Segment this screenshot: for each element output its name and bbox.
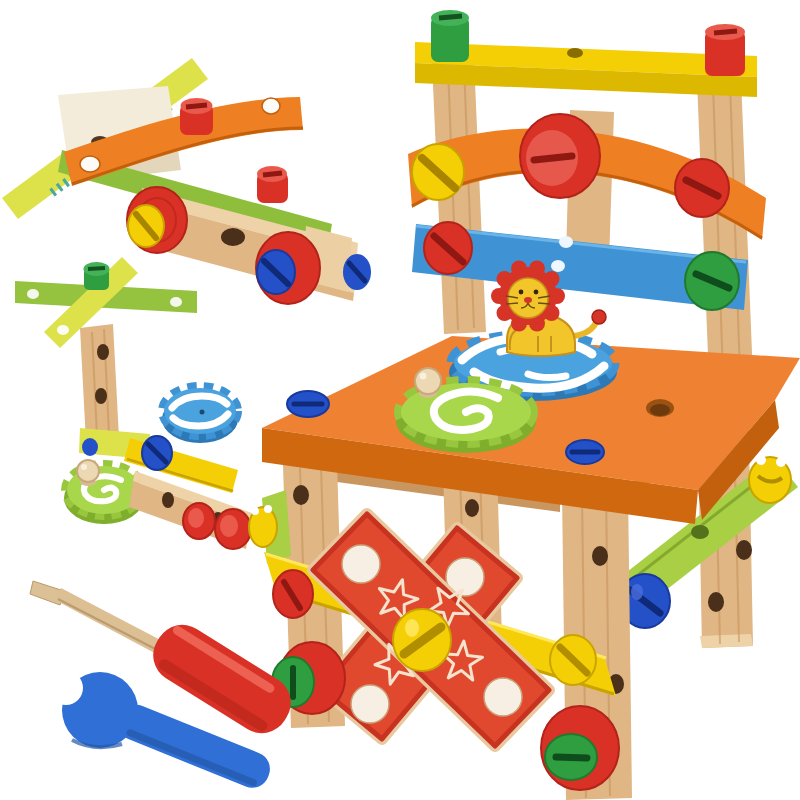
yellow-screw <box>393 609 451 671</box>
wing-hole <box>262 98 280 114</box>
red-cap-nut <box>705 24 745 76</box>
plank-hole <box>342 545 380 583</box>
toy-chair <box>249 10 800 800</box>
red-screw <box>273 570 313 618</box>
yellow-wing-nut <box>749 455 791 503</box>
product-photo: Wooden assembly toy chair set <box>0 0 800 800</box>
blue-screw <box>566 440 604 464</box>
toy-airplane <box>2 58 371 304</box>
red-hub-nut <box>520 114 600 198</box>
blue-screw <box>287 391 329 417</box>
red-wheel <box>183 503 215 539</box>
green-gear-large <box>396 383 536 453</box>
wooden-ball-knob <box>77 460 99 486</box>
red-cap-bolt <box>180 98 213 135</box>
yellow-wing-nut <box>249 505 277 547</box>
leg-wheel-nut <box>541 706 619 790</box>
red-screw <box>424 222 472 274</box>
slat-hole <box>559 236 573 248</box>
green-cap-nut <box>431 10 469 62</box>
green-screw <box>685 252 739 310</box>
toy-windmill <box>15 257 252 549</box>
red-cap-bolt <box>257 166 288 203</box>
plank-hole <box>567 48 583 58</box>
yellow-screw <box>550 635 596 685</box>
wing-hole <box>80 156 100 172</box>
plank-hole <box>691 525 709 539</box>
plank-hole <box>351 685 389 723</box>
beam-hole <box>221 228 245 246</box>
wood-post <box>80 324 119 442</box>
lion-tail-tip <box>592 310 606 324</box>
toy-scene-canvas: Wooden assembly toy chair set <box>0 0 800 800</box>
left-wheel-nut <box>127 187 187 253</box>
blue-gear-small <box>162 388 238 443</box>
yellow-screw <box>412 144 464 200</box>
blue-screw <box>82 438 98 456</box>
red-screw <box>675 159 729 217</box>
green-bolt <box>84 262 110 290</box>
lion-tail <box>573 320 597 336</box>
plank-hole <box>484 678 522 716</box>
slat-hole <box>551 260 565 272</box>
seat-hole <box>646 399 674 417</box>
red-wheel <box>215 509 251 549</box>
